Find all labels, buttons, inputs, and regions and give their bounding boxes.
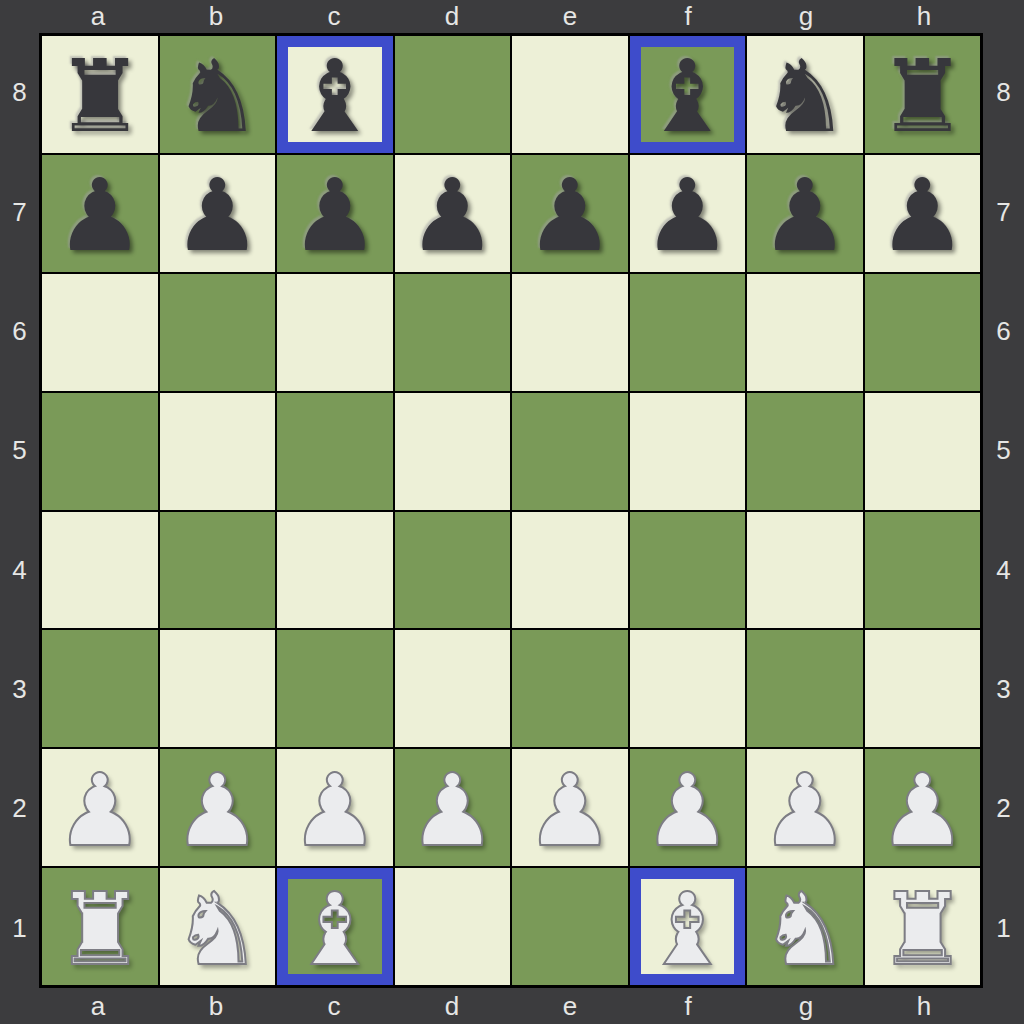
square-d7[interactable]: ♟ (395, 155, 511, 272)
square-b6[interactable] (160, 274, 276, 391)
square-f8[interactable]: ♝ (630, 36, 746, 153)
rank-label-4: 4 (983, 511, 1024, 630)
file-label-h: h (865, 988, 983, 1024)
white-pawn[interactable]: ♟ (760, 761, 850, 861)
white-pawn[interactable]: ♟ (290, 761, 380, 861)
rank-labels-left: 8 7 6 5 4 3 2 1 (0, 33, 39, 988)
white-bishop[interactable]: ♝ (290, 880, 380, 980)
square-e1[interactable] (512, 868, 628, 985)
black-knight[interactable]: ♞ (760, 47, 850, 147)
rank-label-2: 2 (0, 749, 39, 868)
square-h4[interactable] (865, 512, 981, 629)
rank-label-7: 7 (983, 152, 1024, 271)
square-d3[interactable] (395, 630, 511, 747)
rank-label-7: 7 (0, 152, 39, 271)
rank-label-6: 6 (0, 272, 39, 391)
rank-label-8: 8 (0, 33, 39, 152)
square-c2[interactable]: ♟ (277, 749, 393, 866)
black-pawn[interactable]: ♟ (55, 166, 145, 266)
square-b3[interactable] (160, 630, 276, 747)
rank-labels-right: 8 7 6 5 4 3 2 1 (983, 33, 1024, 988)
white-pawn[interactable]: ♟ (55, 761, 145, 861)
square-f2[interactable]: ♟ (630, 749, 746, 866)
square-c8[interactable]: ♝ (277, 36, 393, 153)
file-label-d: d (393, 0, 511, 33)
square-a8[interactable]: ♜ (42, 36, 158, 153)
square-e3[interactable] (512, 630, 628, 747)
black-bishop[interactable]: ♝ (290, 47, 380, 147)
square-h5[interactable] (865, 393, 981, 510)
black-pawn[interactable]: ♟ (172, 166, 262, 266)
white-rook[interactable]: ♜ (877, 880, 967, 980)
file-label-h: h (865, 0, 983, 33)
square-d1[interactable] (395, 868, 511, 985)
white-knight[interactable]: ♞ (760, 880, 850, 980)
white-pawn[interactable]: ♟ (172, 761, 262, 861)
square-b8[interactable]: ♞ (160, 36, 276, 153)
square-d2[interactable]: ♟ (395, 749, 511, 866)
square-f5[interactable] (630, 393, 746, 510)
square-f6[interactable] (630, 274, 746, 391)
square-f4[interactable] (630, 512, 746, 629)
rank-label-3: 3 (983, 630, 1024, 749)
square-c1[interactable]: ♝ (277, 868, 393, 985)
square-d6[interactable] (395, 274, 511, 391)
black-rook[interactable]: ♜ (55, 47, 145, 147)
square-h1[interactable]: ♜ (865, 868, 981, 985)
square-d5[interactable] (395, 393, 511, 510)
rank-label-8: 8 (983, 33, 1024, 152)
rank-label-1: 1 (983, 869, 1024, 988)
file-label-d: d (393, 988, 511, 1024)
square-c4[interactable] (277, 512, 393, 629)
square-d8[interactable] (395, 36, 511, 153)
file-labels-bottom: a b c d e f g h (39, 988, 983, 1024)
file-label-c: c (275, 0, 393, 33)
file-label-e: e (511, 0, 629, 33)
square-g1[interactable]: ♞ (747, 868, 863, 985)
file-label-g: g (747, 0, 865, 33)
square-e8[interactable] (512, 36, 628, 153)
black-bishop[interactable]: ♝ (642, 47, 732, 147)
black-pawn[interactable]: ♟ (525, 166, 615, 266)
white-pawn[interactable]: ♟ (525, 761, 615, 861)
white-bishop[interactable]: ♝ (642, 880, 732, 980)
rank-label-6: 6 (983, 272, 1024, 391)
rank-label-5: 5 (983, 391, 1024, 510)
square-g5[interactable] (747, 393, 863, 510)
square-h3[interactable] (865, 630, 981, 747)
square-e6[interactable] (512, 274, 628, 391)
square-b1[interactable]: ♞ (160, 868, 276, 985)
square-c3[interactable] (277, 630, 393, 747)
white-pawn[interactable]: ♟ (877, 761, 967, 861)
square-b7[interactable]: ♟ (160, 155, 276, 272)
square-g8[interactable]: ♞ (747, 36, 863, 153)
square-c5[interactable] (277, 393, 393, 510)
white-rook[interactable]: ♜ (55, 880, 145, 980)
file-label-b: b (157, 988, 275, 1024)
square-a5[interactable] (42, 393, 158, 510)
black-rook[interactable]: ♜ (877, 47, 967, 147)
board: ♜♞♝♝♞♜♟♟♟♟♟♟♟♟♟♟♟♟♟♟♟♟♜♞♝♝♞♜ (39, 33, 983, 988)
square-a4[interactable] (42, 512, 158, 629)
square-a6[interactable] (42, 274, 158, 391)
file-labels-top: a b c d e f g h (39, 0, 983, 33)
square-h2[interactable]: ♟ (865, 749, 981, 866)
white-pawn[interactable]: ♟ (642, 761, 732, 861)
square-b4[interactable] (160, 512, 276, 629)
square-h6[interactable] (865, 274, 981, 391)
rank-label-3: 3 (0, 630, 39, 749)
square-c7[interactable]: ♟ (277, 155, 393, 272)
square-b5[interactable] (160, 393, 276, 510)
square-g6[interactable] (747, 274, 863, 391)
file-label-c: c (275, 988, 393, 1024)
square-a3[interactable] (42, 630, 158, 747)
square-a2[interactable]: ♟ (42, 749, 158, 866)
black-knight[interactable]: ♞ (172, 47, 262, 147)
square-a1[interactable]: ♜ (42, 868, 158, 985)
square-e4[interactable] (512, 512, 628, 629)
black-pawn[interactable]: ♟ (407, 166, 497, 266)
black-pawn[interactable]: ♟ (877, 166, 967, 266)
square-e7[interactable]: ♟ (512, 155, 628, 272)
square-e5[interactable] (512, 393, 628, 510)
square-e2[interactable]: ♟ (512, 749, 628, 866)
file-label-a: a (39, 0, 157, 33)
square-f3[interactable] (630, 630, 746, 747)
square-g2[interactable]: ♟ (747, 749, 863, 866)
square-c6[interactable] (277, 274, 393, 391)
rank-label-4: 4 (0, 511, 39, 630)
rank-label-2: 2 (983, 749, 1024, 868)
square-h8[interactable]: ♜ (865, 36, 981, 153)
file-label-f: f (629, 988, 747, 1024)
square-f7[interactable]: ♟ (630, 155, 746, 272)
square-b2[interactable]: ♟ (160, 749, 276, 866)
file-label-g: g (747, 988, 865, 1024)
black-pawn[interactable]: ♟ (642, 166, 732, 266)
white-pawn[interactable]: ♟ (407, 761, 497, 861)
rank-label-1: 1 (0, 869, 39, 988)
square-g4[interactable] (747, 512, 863, 629)
file-label-b: b (157, 0, 275, 33)
rank-label-5: 5 (0, 391, 39, 510)
black-pawn[interactable]: ♟ (760, 166, 850, 266)
square-h7[interactable]: ♟ (865, 155, 981, 272)
file-label-a: a (39, 988, 157, 1024)
square-a7[interactable]: ♟ (42, 155, 158, 272)
square-f1[interactable]: ♝ (630, 868, 746, 985)
square-d4[interactable] (395, 512, 511, 629)
square-g3[interactable] (747, 630, 863, 747)
white-knight[interactable]: ♞ (172, 880, 262, 980)
file-label-e: e (511, 988, 629, 1024)
square-g7[interactable]: ♟ (747, 155, 863, 272)
black-pawn[interactable]: ♟ (290, 166, 380, 266)
file-label-f: f (629, 0, 747, 33)
